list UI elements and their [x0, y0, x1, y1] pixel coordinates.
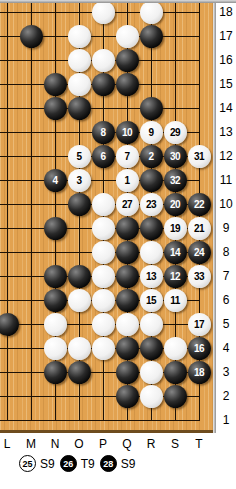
board-point-O2[interactable] — [67, 384, 91, 408]
board-point-S11[interactable]: 32 — [163, 168, 187, 192]
caption-point-label: S9 — [40, 457, 55, 471]
board-point-O12[interactable]: 5 — [67, 144, 91, 168]
board-point-O18[interactable] — [67, 0, 91, 24]
board-point-N16[interactable] — [43, 48, 67, 72]
white-stone — [68, 337, 91, 360]
white-stone — [92, 337, 115, 360]
black-stone — [116, 49, 139, 72]
black-stone: 22 — [188, 193, 211, 216]
board-point-S7[interactable]: 12 — [163, 264, 187, 288]
white-stone — [140, 385, 163, 408]
board-point-P8[interactable] — [91, 240, 115, 264]
board-point-N6[interactable] — [43, 288, 67, 312]
board-point-P1[interactable] — [91, 408, 115, 432]
board-point-R17[interactable] — [139, 24, 163, 48]
board-point-S10[interactable]: 20 — [163, 192, 187, 216]
board-point-O9[interactable] — [67, 216, 91, 240]
top-separator-bar — [0, 0, 236, 3]
white-stone: 3 — [68, 169, 91, 192]
board-point-T3[interactable]: 18 — [187, 360, 211, 384]
board-point-L14[interactable] — [0, 96, 19, 120]
board-point-R8[interactable] — [139, 240, 163, 264]
row-label-11: 11 — [216, 168, 236, 192]
white-stone: 5 — [68, 145, 91, 168]
black-stone: 24 — [188, 241, 211, 264]
board-point-R12[interactable]: 2 — [139, 144, 163, 168]
right-separator-bar — [213, 0, 216, 433]
board-point-P3[interactable] — [91, 360, 115, 384]
black-stone — [116, 361, 139, 384]
board-point-P13[interactable]: 8 — [91, 120, 115, 144]
board-point-L16[interactable] — [0, 48, 19, 72]
board-point-L18[interactable] — [0, 0, 19, 24]
board-point-T14[interactable] — [187, 96, 211, 120]
board-point-Q2[interactable] — [115, 384, 139, 408]
white-stone — [92, 289, 115, 312]
board-point-N8[interactable] — [43, 240, 67, 264]
board-point-R16[interactable] — [139, 48, 163, 72]
white-stone — [68, 73, 91, 96]
black-stone — [68, 193, 91, 216]
board-point-Q5[interactable] — [115, 312, 139, 336]
black-stone — [140, 169, 163, 192]
row-label-1: 1 — [216, 408, 236, 432]
black-stone: 8 — [92, 121, 115, 144]
black-stone — [20, 25, 43, 48]
black-stone — [68, 97, 91, 120]
board-point-Q16[interactable] — [115, 48, 139, 72]
board-point-Q7[interactable] — [115, 264, 139, 288]
board-point-S13[interactable]: 29 — [163, 120, 187, 144]
white-stone — [92, 241, 115, 264]
board-point-S3[interactable] — [163, 360, 187, 384]
caption-point-label: S9 — [121, 457, 136, 471]
board-point-P10[interactable] — [91, 192, 115, 216]
board-point-T13[interactable] — [187, 120, 211, 144]
white-stone: 11 — [164, 289, 187, 312]
white-stone — [68, 49, 91, 72]
board-point-O4[interactable] — [67, 336, 91, 360]
board-point-R3[interactable] — [139, 360, 163, 384]
board-point-R2[interactable] — [139, 384, 163, 408]
board-point-O10[interactable] — [67, 192, 91, 216]
board-point-P7[interactable] — [91, 264, 115, 288]
board-point-N13[interactable] — [43, 120, 67, 144]
black-stone — [44, 265, 67, 288]
board-point-L2[interactable] — [0, 384, 19, 408]
black-stone — [164, 361, 187, 384]
board-point-N11[interactable]: 4 — [43, 168, 67, 192]
white-stone — [116, 313, 139, 336]
black-stone — [68, 361, 91, 384]
board-point-P11[interactable] — [91, 168, 115, 192]
board-point-T1[interactable] — [187, 408, 211, 432]
board-point-N3[interactable] — [43, 360, 67, 384]
board-point-P2[interactable] — [91, 384, 115, 408]
row-label-14: 14 — [216, 96, 236, 120]
black-stone: 18 — [188, 361, 211, 384]
board-point-N10[interactable] — [43, 192, 67, 216]
board-point-M11[interactable] — [19, 168, 43, 192]
board-point-R15[interactable] — [139, 72, 163, 96]
board-point-R13[interactable]: 9 — [139, 120, 163, 144]
board-point-T16[interactable] — [187, 48, 211, 72]
board-point-Q13[interactable]: 10 — [115, 120, 139, 144]
white-stone — [116, 25, 139, 48]
board-point-R18[interactable] — [139, 0, 163, 24]
column-label-N: N — [43, 437, 67, 451]
board-point-L13[interactable] — [0, 120, 19, 144]
board-point-L1[interactable] — [0, 408, 19, 432]
board-point-S6[interactable]: 11 — [163, 288, 187, 312]
board-point-T15[interactable] — [187, 72, 211, 96]
row-label-10: 10 — [216, 192, 236, 216]
row-label-7: 7 — [216, 264, 236, 288]
black-stone — [164, 385, 187, 408]
board-point-R1[interactable] — [139, 408, 163, 432]
board-point-T6[interactable] — [187, 288, 211, 312]
board-point-N2[interactable] — [43, 384, 67, 408]
board-point-T12[interactable]: 31 — [187, 144, 211, 168]
white-stone — [140, 313, 163, 336]
caption-black-stone: 28 — [100, 455, 117, 472]
black-stone — [116, 217, 139, 240]
go-diagram: 8109295672303143132272320221921142413123… — [0, 0, 236, 489]
board-point-R4[interactable] — [139, 336, 163, 360]
black-stone — [44, 361, 67, 384]
board-point-Q11[interactable]: 1 — [115, 168, 139, 192]
board-point-O17[interactable] — [67, 24, 91, 48]
board-point-O8[interactable] — [67, 240, 91, 264]
board-point-Q6[interactable] — [115, 288, 139, 312]
board-point-N17[interactable] — [43, 24, 67, 48]
board-point-O15[interactable] — [67, 72, 91, 96]
board-point-S5[interactable] — [163, 312, 187, 336]
board-point-Q8[interactable] — [115, 240, 139, 264]
white-stone: 23 — [140, 193, 163, 216]
row-label-16: 16 — [216, 48, 236, 72]
board-point-L12[interactable] — [0, 144, 19, 168]
board-point-N9[interactable] — [43, 216, 67, 240]
white-stone: 15 — [140, 289, 163, 312]
board-point-P12[interactable]: 6 — [91, 144, 115, 168]
row-label-3: 3 — [216, 360, 236, 384]
board-point-N5[interactable] — [43, 312, 67, 336]
black-stone: 30 — [164, 145, 187, 168]
board-point-P4[interactable] — [91, 336, 115, 360]
column-label-P: P — [91, 437, 115, 451]
row-label-15: 15 — [216, 72, 236, 96]
board-point-M16[interactable] — [19, 48, 43, 72]
board-point-L8[interactable] — [0, 240, 19, 264]
white-stone: 1 — [116, 169, 139, 192]
white-stone — [92, 49, 115, 72]
board-point-Q17[interactable] — [115, 24, 139, 48]
board-point-O13[interactable] — [67, 120, 91, 144]
white-stone: 13 — [140, 265, 163, 288]
caption-white-stone: 25 — [19, 455, 36, 472]
board-point-L17[interactable] — [0, 24, 19, 48]
board-point-M12[interactable] — [19, 144, 43, 168]
black-stone: 16 — [188, 337, 211, 360]
row-label-6: 6 — [216, 288, 236, 312]
black-stone — [116, 385, 139, 408]
white-stone — [140, 361, 163, 384]
black-stone — [116, 289, 139, 312]
board-point-S8[interactable]: 14 — [163, 240, 187, 264]
column-label-Q: Q — [115, 437, 139, 451]
white-stone — [68, 25, 91, 48]
black-stone — [0, 313, 19, 336]
board-point-N15[interactable] — [43, 72, 67, 96]
black-stone — [140, 217, 163, 240]
black-stone: 20 — [164, 193, 187, 216]
board-point-N4[interactable] — [43, 336, 67, 360]
row-label-2: 2 — [216, 384, 236, 408]
column-label-T: T — [187, 437, 211, 451]
board-point-T9[interactable]: 21 — [187, 216, 211, 240]
row-label-4: 4 — [216, 336, 236, 360]
row-label-8: 8 — [216, 240, 236, 264]
white-stone — [92, 313, 115, 336]
board-point-S18[interactable] — [163, 0, 187, 24]
board-point-Q4[interactable] — [115, 336, 139, 360]
black-stone: 12 — [164, 265, 187, 288]
board-point-Q1[interactable] — [115, 408, 139, 432]
column-label-S: S — [163, 437, 187, 451]
board-bottom-edge — [0, 430, 213, 433]
black-stone — [44, 97, 67, 120]
board-point-L7[interactable] — [0, 264, 19, 288]
caption-point-label: T9 — [81, 457, 95, 471]
white-stone: 9 — [140, 121, 163, 144]
board-point-P16[interactable] — [91, 48, 115, 72]
white-stone — [92, 217, 115, 240]
black-stone: 6 — [92, 145, 115, 168]
white-stone — [92, 1, 115, 24]
black-stone — [140, 97, 163, 120]
board-point-P5[interactable] — [91, 312, 115, 336]
white-stone: 7 — [116, 145, 139, 168]
board-point-T10[interactable]: 22 — [187, 192, 211, 216]
board-point-T8[interactable]: 24 — [187, 240, 211, 264]
caption-move-26: 26T9 — [60, 455, 95, 472]
column-label-L: L — [0, 437, 19, 451]
board-point-S16[interactable] — [163, 48, 187, 72]
board-point-P17[interactable] — [91, 24, 115, 48]
board-point-T4[interactable]: 16 — [187, 336, 211, 360]
column-labels: LMNOPQRST — [0, 437, 213, 451]
white-stone — [140, 1, 163, 24]
board-point-M8[interactable] — [19, 240, 43, 264]
white-stone — [44, 313, 67, 336]
black-stone — [116, 337, 139, 360]
white-stone: 33 — [188, 265, 211, 288]
black-stone — [44, 217, 67, 240]
board-point-T5[interactable]: 17 — [187, 312, 211, 336]
black-stone: 2 — [140, 145, 163, 168]
board-point-M14[interactable] — [19, 96, 43, 120]
board-point-Q3[interactable] — [115, 360, 139, 384]
board-point-Q14[interactable] — [115, 96, 139, 120]
board-point-R9[interactable] — [139, 216, 163, 240]
black-stone: 14 — [164, 241, 187, 264]
black-stone: 32 — [164, 169, 187, 192]
board-point-S1[interactable] — [163, 408, 187, 432]
board-point-O6[interactable] — [67, 288, 91, 312]
board-point-S12[interactable]: 30 — [163, 144, 187, 168]
column-label-R: R — [139, 437, 163, 451]
board-point-Q12[interactable]: 7 — [115, 144, 139, 168]
board-point-M4[interactable] — [19, 336, 43, 360]
white-stone — [92, 265, 115, 288]
board-point-M2[interactable] — [19, 384, 43, 408]
black-stone: 4 — [44, 169, 67, 192]
white-stone: 19 — [164, 217, 187, 240]
black-stone — [68, 265, 91, 288]
board-point-T11[interactable] — [187, 168, 211, 192]
board-point-N12[interactable] — [43, 144, 67, 168]
board-point-P14[interactable] — [91, 96, 115, 120]
board-point-N14[interactable] — [43, 96, 67, 120]
board-point-S4[interactable] — [163, 336, 187, 360]
caption-move-28: 28S9 — [100, 455, 136, 472]
board-point-M18[interactable] — [19, 0, 43, 24]
board-point-T17[interactable] — [187, 24, 211, 48]
caption-move-25: 25S9 — [19, 455, 55, 472]
board-point-M3[interactable] — [19, 360, 43, 384]
black-stone — [116, 265, 139, 288]
row-label-12: 12 — [216, 144, 236, 168]
board-point-S9[interactable]: 19 — [163, 216, 187, 240]
black-stone — [92, 73, 115, 96]
board-point-R5[interactable] — [139, 312, 163, 336]
board-point-M13[interactable] — [19, 120, 43, 144]
board-point-O11[interactable]: 3 — [67, 168, 91, 192]
board-point-T18[interactable] — [187, 0, 211, 24]
row-label-18: 18 — [216, 0, 236, 24]
black-stone — [44, 73, 67, 96]
row-label-9: 9 — [216, 216, 236, 240]
board-point-L10[interactable] — [0, 192, 19, 216]
board-point-O14[interactable] — [67, 96, 91, 120]
row-labels: 181716151413121110987654321 — [216, 0, 236, 433]
board-point-M6[interactable] — [19, 288, 43, 312]
board-point-S14[interactable] — [163, 96, 187, 120]
board-point-R11[interactable] — [139, 168, 163, 192]
board-point-L5[interactable] — [0, 312, 19, 336]
board-point-M5[interactable] — [19, 312, 43, 336]
board-point-P6[interactable] — [91, 288, 115, 312]
board-point-S15[interactable] — [163, 72, 187, 96]
board-point-R6[interactable]: 15 — [139, 288, 163, 312]
board-point-O3[interactable] — [67, 360, 91, 384]
black-stone — [140, 337, 163, 360]
white-stone: 27 — [116, 193, 139, 216]
board-point-P9[interactable] — [91, 216, 115, 240]
black-stone — [116, 73, 139, 96]
column-label-O: O — [67, 437, 91, 451]
board-point-R7[interactable]: 13 — [139, 264, 163, 288]
board-point-Q9[interactable] — [115, 216, 139, 240]
board-point-L15[interactable] — [0, 72, 19, 96]
board-point-R10[interactable]: 23 — [139, 192, 163, 216]
board-point-M9[interactable] — [19, 216, 43, 240]
black-stone: 10 — [116, 121, 139, 144]
board-point-T2[interactable] — [187, 384, 211, 408]
board-point-P18[interactable] — [91, 0, 115, 24]
board-point-M10[interactable] — [19, 192, 43, 216]
board-point-M7[interactable] — [19, 264, 43, 288]
board-point-Q10[interactable]: 27 — [115, 192, 139, 216]
white-stone — [92, 193, 115, 216]
white-stone: 31 — [188, 145, 211, 168]
board-point-S17[interactable] — [163, 24, 187, 48]
board-point-L3[interactable] — [0, 360, 19, 384]
row-label-5: 5 — [216, 312, 236, 336]
white-stone — [68, 289, 91, 312]
board-point-M17[interactable] — [19, 24, 43, 48]
white-stone — [164, 337, 187, 360]
board-point-N7[interactable] — [43, 264, 67, 288]
board-point-O1[interactable] — [67, 408, 91, 432]
board-point-Q15[interactable] — [115, 72, 139, 96]
white-stone — [44, 337, 67, 360]
board-point-N1[interactable] — [43, 408, 67, 432]
caption-black-stone: 26 — [60, 455, 77, 472]
board-point-O7[interactable] — [67, 264, 91, 288]
board-point-R14[interactable] — [139, 96, 163, 120]
board-point-L4[interactable] — [0, 336, 19, 360]
row-label-13: 13 — [216, 120, 236, 144]
board-point-N18[interactable] — [43, 0, 67, 24]
column-label-M: M — [19, 437, 43, 451]
black-stone — [44, 289, 67, 312]
white-stone — [140, 241, 163, 264]
board-point-T7[interactable]: 33 — [187, 264, 211, 288]
black-stone — [116, 241, 139, 264]
white-stone: 17 — [188, 313, 211, 336]
board-point-M15[interactable] — [19, 72, 43, 96]
board-point-M1[interactable] — [19, 408, 43, 432]
board-point-L6[interactable] — [0, 288, 19, 312]
move-caption: 25S926T928S9 — [19, 454, 135, 473]
board-point-S2[interactable] — [163, 384, 187, 408]
white-stone: 21 — [188, 217, 211, 240]
white-stone: 29 — [164, 121, 187, 144]
board-point-L11[interactable] — [0, 168, 19, 192]
board-point-Q18[interactable] — [115, 0, 139, 24]
goban: 8109295672303143132272320221921142413123… — [0, 0, 211, 432]
black-stone — [140, 25, 163, 48]
board-point-L9[interactable] — [0, 216, 19, 240]
board-point-P15[interactable] — [91, 72, 115, 96]
board-point-O16[interactable] — [67, 48, 91, 72]
board-point-O5[interactable] — [67, 312, 91, 336]
row-label-17: 17 — [216, 24, 236, 48]
